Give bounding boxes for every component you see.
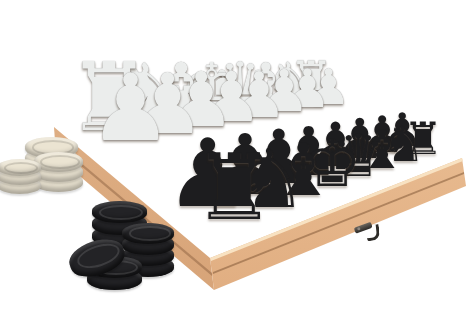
piece-black-pawn-f7: ♟ bbox=[245, 121, 312, 196]
square-d7 bbox=[312, 157, 355, 176]
square-f3 bbox=[187, 131, 234, 148]
piece-white-pawn-d2: ♟ bbox=[231, 63, 287, 126]
piece-black-knight-b8: ♞ bbox=[381, 120, 425, 169]
square-b4 bbox=[313, 118, 350, 131]
square-g5 bbox=[184, 159, 236, 180]
piece-black-rook-a8: ♜ bbox=[403, 116, 443, 161]
square-f2 bbox=[173, 121, 219, 137]
piece-black-bishop-f8: ♝ bbox=[271, 134, 336, 207]
square-b1 bbox=[271, 96, 307, 107]
square-g2 bbox=[138, 127, 188, 144]
square-b2 bbox=[284, 103, 320, 115]
square-a5 bbox=[350, 122, 385, 135]
piece-black-pawn-c7: ♟ bbox=[335, 113, 385, 168]
latch-hook bbox=[366, 224, 381, 241]
square-e6 bbox=[267, 154, 312, 173]
piece-black-knight-g8: ♞ bbox=[234, 138, 307, 219]
square-a7 bbox=[382, 138, 418, 153]
chess-set-photo: hgfedcba12345678 ♜♞♟♝♟♛♟♚♟♝♟♞♟♜♟♟♟♟♜♟♞♟♝… bbox=[0, 0, 470, 329]
piece-white-pawn-b2: ♟ bbox=[283, 63, 331, 116]
square-a4 bbox=[335, 114, 370, 127]
square-g1 bbox=[124, 117, 173, 133]
square-b5 bbox=[329, 127, 366, 141]
chess-board: hgfedcba12345678 bbox=[54, 86, 462, 258]
square-f7 bbox=[253, 173, 302, 195]
piece-black-pawn-a7: ♟ bbox=[381, 107, 422, 153]
file-label: e bbox=[339, 195, 346, 199]
square-d8 bbox=[330, 168, 373, 188]
square-d1 bbox=[220, 103, 260, 116]
square-e7 bbox=[284, 165, 330, 185]
checker-top-ring bbox=[94, 260, 138, 275]
piece-white-pawn-g2: ♟ bbox=[130, 63, 205, 147]
checker-black bbox=[92, 225, 147, 247]
file-label: h bbox=[240, 232, 249, 237]
checker-top-ring bbox=[74, 240, 123, 274]
square-e4 bbox=[234, 134, 278, 151]
rank-label: 2 bbox=[88, 147, 96, 150]
square-g3 bbox=[152, 137, 202, 155]
square-e1 bbox=[191, 107, 234, 121]
square-g8 bbox=[237, 195, 291, 221]
checker-black bbox=[122, 256, 174, 277]
rank-label: 1 bbox=[74, 135, 82, 138]
checker-top-ring bbox=[4, 162, 39, 175]
piece-white-queen-d1: ♛ bbox=[211, 54, 269, 118]
piece-black-pawn-d7: ♟ bbox=[308, 115, 363, 176]
file-label: c bbox=[389, 177, 395, 180]
rank-label: 4 bbox=[118, 172, 126, 176]
piece-white-pawn-h2: ♟ bbox=[89, 62, 172, 155]
square-c7 bbox=[338, 150, 378, 167]
rank-label: 5 bbox=[135, 185, 143, 189]
square-f4 bbox=[203, 141, 251, 159]
checker-white bbox=[0, 159, 41, 176]
square-g7 bbox=[218, 182, 271, 206]
rank-label: 8 bbox=[189, 230, 198, 235]
checker-black bbox=[87, 256, 142, 278]
piece-white-rook-h1: ♜ bbox=[67, 51, 151, 145]
piece-black-bishop-c8: ♝ bbox=[358, 123, 406, 176]
piece-white-pawn-e2: ♟ bbox=[201, 64, 263, 133]
square-c3 bbox=[274, 115, 313, 129]
checker-black bbox=[87, 268, 142, 290]
square-h2 bbox=[99, 133, 153, 152]
rank-label: 3 bbox=[103, 159, 111, 163]
square-b3 bbox=[298, 111, 335, 124]
file-label: d bbox=[365, 185, 372, 188]
piece-white-king-e1: ♚ bbox=[180, 54, 243, 124]
checker-white bbox=[34, 172, 83, 192]
rank-label: 7 bbox=[170, 214, 179, 219]
piece-white-bishop-c1: ♝ bbox=[239, 55, 292, 114]
square-a1 bbox=[293, 92, 327, 103]
square-c2 bbox=[260, 107, 298, 120]
file-label: f bbox=[310, 206, 316, 209]
square-f8 bbox=[271, 185, 321, 209]
square-h6 bbox=[161, 180, 218, 205]
square-c6 bbox=[321, 141, 361, 157]
square-g4 bbox=[168, 148, 219, 168]
square-c4 bbox=[289, 123, 328, 137]
piece-white-bishop-f1: ♝ bbox=[146, 53, 215, 130]
square-d3 bbox=[248, 120, 289, 135]
square-f5 bbox=[219, 151, 267, 170]
piece-black-queen-d8: ♛ bbox=[332, 127, 385, 186]
square-b8 bbox=[378, 153, 416, 170]
checker-white bbox=[0, 177, 41, 194]
square-a8 bbox=[399, 147, 435, 163]
square-h5 bbox=[144, 167, 200, 190]
piece-black-pawn-g7: ♟ bbox=[208, 124, 283, 208]
piece-black-rook-h8: ♜ bbox=[193, 142, 275, 234]
checker-white bbox=[0, 168, 41, 185]
square-h8 bbox=[198, 207, 257, 236]
square-e3 bbox=[219, 125, 263, 141]
rank-label: 6 bbox=[152, 199, 160, 203]
square-d6 bbox=[295, 147, 338, 164]
square-h3 bbox=[113, 144, 167, 164]
piece-black-pawn-h7: ♟ bbox=[165, 127, 249, 221]
square-d2 bbox=[234, 111, 275, 125]
file-label: b bbox=[410, 168, 416, 171]
piece-black-pawn-e7: ♟ bbox=[278, 118, 338, 185]
square-e8 bbox=[302, 176, 348, 198]
piece-white-rook-a1: ♜ bbox=[289, 54, 334, 104]
file-label: a bbox=[430, 161, 436, 164]
piece-black-king-e8: ♚ bbox=[303, 130, 361, 195]
square-g6 bbox=[200, 170, 253, 193]
square-a6 bbox=[366, 130, 402, 144]
piece-white-pawn-f2: ♟ bbox=[167, 63, 235, 139]
square-e2 bbox=[205, 116, 248, 131]
piece-white-pawn-a2: ♟ bbox=[307, 62, 351, 111]
square-c1 bbox=[246, 99, 284, 111]
piece-white-knight-g1: ♞ bbox=[109, 52, 185, 137]
piece-black-pawn-b7: ♟ bbox=[359, 110, 404, 160]
square-a2 bbox=[307, 99, 341, 110]
square-c8 bbox=[355, 160, 396, 178]
piece-white-knight-b1: ♞ bbox=[265, 55, 314, 109]
piece-white-pawn-c2: ♟ bbox=[258, 63, 310, 121]
square-e5 bbox=[250, 144, 295, 162]
square-h7 bbox=[179, 193, 237, 220]
square-f6 bbox=[235, 162, 284, 183]
square-b6 bbox=[344, 135, 382, 150]
square-h1 bbox=[85, 123, 138, 140]
square-b7 bbox=[361, 144, 399, 160]
file-label: g bbox=[277, 218, 285, 222]
square-h4 bbox=[128, 155, 183, 176]
checker-black-tilted bbox=[65, 233, 129, 283]
square-d5 bbox=[279, 138, 321, 154]
square-d4 bbox=[263, 129, 305, 144]
square-a3 bbox=[321, 107, 356, 119]
square-f1 bbox=[159, 112, 205, 127]
square-c5 bbox=[305, 132, 345, 147]
board-coordinates: hgfedcba12345678 bbox=[54, 86, 322, 127]
